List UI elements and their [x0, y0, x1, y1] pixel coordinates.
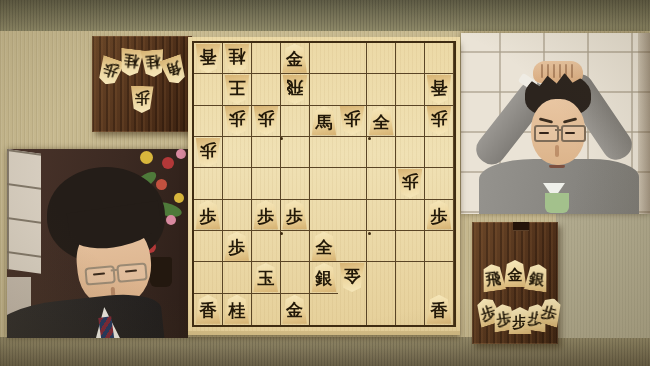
shoji-screen-icon [7, 149, 41, 274]
gote-captured-tray: 歩桂桂角歩 [92, 36, 192, 132]
piece-sente-P[interactable]: 歩 [426, 200, 452, 229]
cell-4h[interactable]: 金 [338, 262, 367, 293]
piece-sente-G[interactable]: 金 [282, 295, 308, 324]
cell-8b[interactable]: 王 [223, 74, 252, 105]
cell-2a[interactable] [396, 43, 425, 74]
cell-3h[interactable] [367, 262, 396, 293]
piece-gote-p[interactable]: 歩 [253, 106, 279, 135]
cell-6b[interactable]: 飛 [281, 74, 310, 105]
piece-gote-p[interactable]: 歩 [426, 106, 452, 135]
piece-gote-p[interactable]: 歩 [397, 169, 423, 198]
piece-sente-pS[interactable]: 全 [368, 106, 394, 135]
piece-sente-P[interactable]: 歩 [253, 200, 279, 229]
cell-9g[interactable] [194, 231, 223, 262]
tatami-right-area [556, 214, 650, 338]
piece-sente-G[interactable]: 金 [282, 44, 308, 73]
cell-3f[interactable] [367, 200, 396, 231]
piece-sente-K[interactable]: 玉 [253, 263, 279, 292]
hand-piece-gote-B[interactable]: 角 [158, 54, 189, 87]
piece-sente-N[interactable]: 桂 [224, 295, 250, 324]
star-point [368, 137, 371, 140]
cell-1c[interactable]: 歩 [425, 106, 454, 137]
cell-4g[interactable] [338, 231, 367, 262]
cell-5i[interactable] [310, 294, 339, 325]
tatami-band-top [0, 0, 650, 31]
cell-7c[interactable]: 歩 [252, 106, 281, 137]
board-grid: 香桂金王飛香歩歩馬歩全歩歩歩歩歩歩歩歩全玉銀金香桂金香 [192, 41, 456, 327]
cell-8f[interactable] [223, 200, 252, 231]
cell-7a[interactable] [252, 43, 281, 74]
sente-captured-tray: 飛金銀歩歩歩歩歩 [472, 222, 558, 344]
cell-7h[interactable]: 玉 [252, 262, 281, 293]
cell-7d[interactable] [252, 137, 281, 168]
cell-3b[interactable] [367, 74, 396, 105]
hand-piece-gote-P[interactable]: 歩 [130, 86, 154, 113]
cell-2d[interactable] [396, 137, 425, 168]
cell-6g[interactable] [281, 231, 310, 262]
cell-3a[interactable] [367, 43, 396, 74]
star-point [368, 232, 371, 235]
piece-sente-P[interactable]: 歩 [195, 200, 221, 229]
cell-3e[interactable] [367, 168, 396, 199]
cell-8d[interactable] [223, 137, 252, 168]
vase-icon [150, 257, 172, 287]
star-point [280, 137, 283, 140]
cell-9b[interactable] [194, 74, 223, 105]
cell-6h[interactable] [281, 262, 310, 293]
piece-gote-k[interactable]: 王 [224, 75, 250, 104]
left-player-video [7, 149, 188, 338]
cell-5d[interactable] [310, 137, 339, 168]
cell-2c[interactable] [396, 106, 425, 137]
cell-1h[interactable] [425, 262, 454, 293]
cell-2g[interactable] [396, 231, 425, 262]
piece-sente-L[interactable]: 香 [195, 295, 221, 324]
cell-4e[interactable] [338, 168, 367, 199]
piece-sente-L[interactable]: 香 [426, 295, 452, 324]
cell-1i[interactable]: 香 [425, 294, 454, 325]
piece-gote-p[interactable]: 歩 [224, 106, 250, 135]
cell-9e[interactable] [194, 168, 223, 199]
cell-6a[interactable]: 金 [281, 43, 310, 74]
hands-on-head-icon [533, 61, 583, 83]
cell-5h[interactable]: 銀 [310, 262, 339, 293]
cell-9f[interactable]: 歩 [194, 200, 223, 231]
piece-gote-l[interactable]: 香 [195, 44, 221, 73]
piece-gote-g[interactable]: 金 [339, 263, 365, 292]
cell-8c[interactable]: 歩 [223, 106, 252, 137]
piece-gote-p[interactable]: 歩 [339, 106, 365, 135]
cell-1d[interactable] [425, 137, 454, 168]
cell-8h[interactable] [223, 262, 252, 293]
cell-9h[interactable] [194, 262, 223, 293]
cell-2b[interactable] [396, 74, 425, 105]
cell-4f[interactable] [338, 200, 367, 231]
tray-notch [513, 222, 529, 231]
cell-6f[interactable]: 歩 [281, 200, 310, 231]
piece-sente-pB[interactable]: 馬 [311, 106, 337, 135]
cell-6e[interactable] [281, 168, 310, 199]
cell-8a[interactable]: 桂 [223, 43, 252, 74]
cell-7f[interactable]: 歩 [252, 200, 281, 231]
star-point [280, 232, 283, 235]
cell-5e[interactable] [310, 168, 339, 199]
cell-2h[interactable] [396, 262, 425, 293]
cell-9c[interactable] [194, 106, 223, 137]
cell-1g[interactable] [425, 231, 454, 262]
cell-5c[interactable]: 馬 [310, 106, 339, 137]
hand-piece-sente-S[interactable]: 銀 [523, 262, 551, 292]
cell-2i[interactable] [396, 294, 425, 325]
right-player-video [461, 33, 650, 214]
cell-7g[interactable] [252, 231, 281, 262]
cell-5b[interactable] [310, 74, 339, 105]
piece-gote-l[interactable]: 香 [426, 75, 452, 104]
window-frame-edge [638, 33, 650, 214]
cell-5f[interactable] [310, 200, 339, 231]
cell-7i[interactable] [252, 294, 281, 325]
cell-8e[interactable] [223, 168, 252, 199]
cell-8i[interactable]: 桂 [223, 294, 252, 325]
cell-3i[interactable] [367, 294, 396, 325]
piece-gote-p[interactable]: 歩 [195, 138, 221, 167]
cell-7b[interactable] [252, 74, 281, 105]
hand-piece-sente-R[interactable]: 飛 [479, 262, 507, 292]
cell-6c[interactable] [281, 106, 310, 137]
cell-4c[interactable]: 歩 [338, 106, 367, 137]
piece-sente-P[interactable]: 歩 [282, 200, 308, 229]
cell-5g[interactable]: 全 [310, 231, 339, 262]
cell-3g[interactable] [367, 231, 396, 262]
cell-7e[interactable] [252, 168, 281, 199]
cell-4i[interactable] [338, 294, 367, 325]
cell-4d[interactable] [338, 137, 367, 168]
cell-4a[interactable] [338, 43, 367, 74]
piece-gote-r[interactable]: 飛 [282, 75, 308, 104]
cell-9a[interactable]: 香 [194, 43, 223, 74]
cell-2f[interactable] [396, 200, 425, 231]
shogi-board: 香桂金王飛香歩歩馬歩全歩歩歩歩歩歩歩歩全玉銀金香桂金香 [188, 37, 460, 331]
cell-6d[interactable] [281, 137, 310, 168]
cell-5a[interactable] [310, 43, 339, 74]
piece-sente-P[interactable]: 歩 [224, 232, 250, 261]
cell-6i[interactable]: 金 [281, 294, 310, 325]
cell-9d[interactable]: 歩 [194, 137, 223, 168]
cell-1b[interactable]: 香 [425, 74, 454, 105]
cell-3d[interactable] [367, 137, 396, 168]
piece-sente-S[interactable]: 銀 [311, 263, 337, 292]
green-shirt-icon [545, 193, 569, 213]
hand-piece-gote-P[interactable]: 歩 [94, 55, 125, 88]
hand-piece-sente-G[interactable]: 金 [503, 260, 527, 287]
cell-3c[interactable]: 全 [367, 106, 396, 137]
broadcast-frame: 歩桂桂角歩 飛金銀歩歩歩歩歩 [0, 0, 650, 366]
piece-gote-n[interactable]: 桂 [224, 44, 250, 73]
cell-2e[interactable]: 歩 [396, 168, 425, 199]
cell-9i[interactable]: 香 [194, 294, 223, 325]
cell-1f[interactable]: 歩 [425, 200, 454, 231]
cell-8g[interactable]: 歩 [223, 231, 252, 262]
piece-sente-pS[interactable]: 全 [311, 232, 337, 261]
cell-1a[interactable] [425, 43, 454, 74]
cell-4b[interactable] [338, 74, 367, 105]
cell-1e[interactable] [425, 168, 454, 199]
